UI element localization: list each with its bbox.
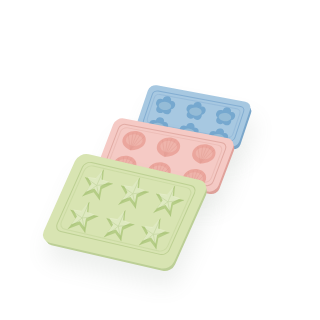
green-tray-inner-panel [54, 161, 198, 257]
flower-cavity [209, 104, 242, 128]
green-cavity-grid [60, 165, 191, 251]
flower-cavity [149, 93, 182, 117]
flower-cavity [179, 99, 212, 123]
shell-cavity [114, 126, 153, 154]
product-photo-stage [0, 0, 320, 320]
shell-cavity [149, 133, 188, 161]
shell-cavity [184, 140, 223, 168]
